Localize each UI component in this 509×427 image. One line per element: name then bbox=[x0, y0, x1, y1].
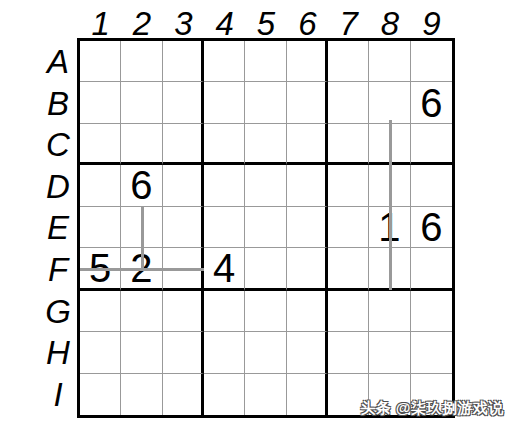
cell-G2 bbox=[121, 291, 162, 332]
cell-B4 bbox=[204, 82, 245, 123]
cell-F6 bbox=[287, 248, 328, 291]
cell-G9 bbox=[411, 291, 452, 332]
cell-F2: 2 bbox=[121, 248, 162, 291]
cell-D5 bbox=[245, 165, 286, 206]
row-label-G: G bbox=[45, 295, 71, 328]
cell-B2 bbox=[121, 82, 162, 123]
cell-D2: 6 bbox=[121, 165, 162, 206]
cell-E8: 1 bbox=[369, 207, 410, 248]
cell-B3 bbox=[163, 82, 204, 123]
cell-I6 bbox=[287, 374, 328, 415]
cell-C2 bbox=[121, 124, 162, 165]
column-label-2: 2 bbox=[133, 7, 151, 40]
cell-C1 bbox=[80, 124, 121, 165]
cell-G6 bbox=[287, 291, 328, 332]
cell-A5 bbox=[245, 41, 286, 82]
cell-E6 bbox=[287, 207, 328, 248]
cell-C9 bbox=[411, 124, 452, 165]
cell-G5 bbox=[245, 291, 286, 332]
cell-E2 bbox=[121, 207, 162, 248]
cell-H6 bbox=[287, 332, 328, 373]
cell-H5 bbox=[245, 332, 286, 373]
column-label-5: 5 bbox=[257, 7, 275, 40]
cell-I4 bbox=[204, 374, 245, 415]
cell-B9: 6 bbox=[411, 82, 452, 123]
sudoku-grid: 6616524 bbox=[80, 41, 452, 415]
cell-E1 bbox=[80, 207, 121, 248]
sudoku-diagram: 123456789 ABCDEFGHI 6616524 头条 @柒玖捌游戏说 bbox=[0, 0, 509, 427]
cell-E5 bbox=[245, 207, 286, 248]
cell-G3 bbox=[163, 291, 204, 332]
row-label-B: B bbox=[47, 87, 69, 120]
cell-F1: 5 bbox=[80, 248, 121, 291]
cell-H2 bbox=[121, 332, 162, 373]
cell-H1 bbox=[80, 332, 121, 373]
cell-I2 bbox=[121, 374, 162, 415]
cell-G7 bbox=[328, 291, 369, 332]
sudoku-board: 6616524 bbox=[77, 38, 455, 418]
row-label-C: C bbox=[46, 128, 70, 161]
cell-D8 bbox=[369, 165, 410, 206]
cell-E9: 6 bbox=[411, 207, 452, 248]
cell-D3 bbox=[163, 165, 204, 206]
cell-B6 bbox=[287, 82, 328, 123]
row-label-H: H bbox=[46, 336, 70, 369]
cell-D1 bbox=[80, 165, 121, 206]
cell-I1 bbox=[80, 374, 121, 415]
cell-F7 bbox=[328, 248, 369, 291]
cell-H8 bbox=[369, 332, 410, 373]
cell-D4 bbox=[204, 165, 245, 206]
cell-C3 bbox=[163, 124, 204, 165]
row-label-F: F bbox=[48, 253, 68, 286]
cell-H9 bbox=[411, 332, 452, 373]
cell-E3 bbox=[163, 207, 204, 248]
cell-F5 bbox=[245, 248, 286, 291]
column-labels: 123456789 bbox=[80, 0, 452, 40]
column-label-1: 1 bbox=[91, 7, 109, 40]
cell-A4 bbox=[204, 41, 245, 82]
cell-D6 bbox=[287, 165, 328, 206]
column-label-8: 8 bbox=[381, 7, 399, 40]
cell-A1 bbox=[80, 41, 121, 82]
row-labels: ABCDEFGHI bbox=[40, 41, 76, 415]
cell-A2 bbox=[121, 41, 162, 82]
row-label-D: D bbox=[46, 170, 70, 203]
cell-A3 bbox=[163, 41, 204, 82]
column-label-7: 7 bbox=[339, 7, 357, 40]
column-label-9: 9 bbox=[422, 7, 440, 40]
cell-C6 bbox=[287, 124, 328, 165]
cell-A8 bbox=[369, 41, 410, 82]
row-label-E: E bbox=[47, 211, 69, 244]
cell-H4 bbox=[204, 332, 245, 373]
cell-D7 bbox=[328, 165, 369, 206]
cell-D9 bbox=[411, 165, 452, 206]
column-label-6: 6 bbox=[298, 7, 316, 40]
cell-G4 bbox=[204, 291, 245, 332]
cell-F3 bbox=[163, 248, 204, 291]
cell-I3 bbox=[163, 374, 204, 415]
column-label-3: 3 bbox=[174, 7, 192, 40]
cell-F9 bbox=[411, 248, 452, 291]
cell-E7 bbox=[328, 207, 369, 248]
cell-I5 bbox=[245, 374, 286, 415]
cell-H7 bbox=[328, 332, 369, 373]
cell-E4 bbox=[204, 207, 245, 248]
cell-C4 bbox=[204, 124, 245, 165]
cell-G1 bbox=[80, 291, 121, 332]
cell-C7 bbox=[328, 124, 369, 165]
cell-C5 bbox=[245, 124, 286, 165]
cell-B7 bbox=[328, 82, 369, 123]
cell-A6 bbox=[287, 41, 328, 82]
column-label-4: 4 bbox=[215, 7, 233, 40]
cell-B5 bbox=[245, 82, 286, 123]
watermark: 头条 @柒玖捌游戏说 bbox=[360, 399, 504, 418]
cell-F8 bbox=[369, 248, 410, 291]
cell-F4: 4 bbox=[204, 248, 245, 291]
cell-A9 bbox=[411, 41, 452, 82]
cell-H3 bbox=[163, 332, 204, 373]
row-label-I: I bbox=[53, 378, 62, 411]
row-label-A: A bbox=[47, 45, 69, 78]
cell-B1 bbox=[80, 82, 121, 123]
cell-A7 bbox=[328, 41, 369, 82]
cell-C8 bbox=[369, 124, 410, 165]
cell-G8 bbox=[369, 291, 410, 332]
cell-B8 bbox=[369, 82, 410, 123]
